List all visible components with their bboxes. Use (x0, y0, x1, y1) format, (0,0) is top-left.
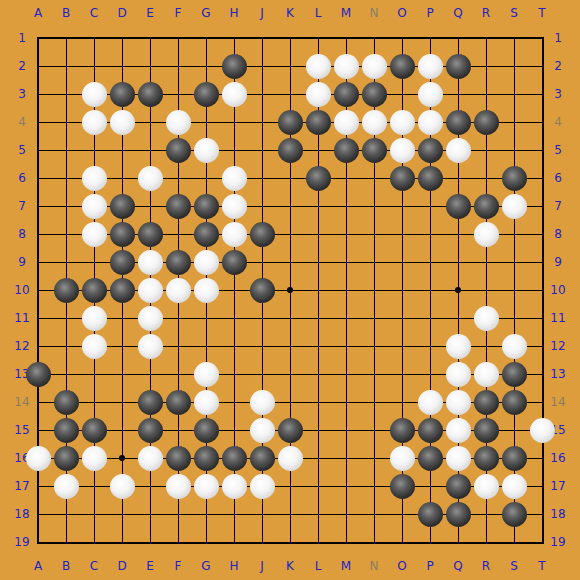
black-stone-G15 (194, 418, 219, 443)
col-label-top-J: J (248, 5, 276, 21)
black-stone-D10 (110, 278, 135, 303)
black-stone-P16 (418, 446, 443, 471)
white-stone-T15 (530, 418, 555, 443)
white-stone-J17 (250, 474, 275, 499)
col-label-top-B: B (52, 5, 80, 21)
white-stone-Q5 (446, 138, 471, 163)
col-label-top-T: T (528, 5, 556, 21)
row-label-left-12: 12 (8, 338, 36, 354)
col-label-top-L: L (304, 5, 332, 21)
white-stone-C11 (82, 306, 107, 331)
white-stone-C4 (82, 110, 107, 135)
black-stone-L4 (306, 110, 331, 135)
white-stone-M4 (334, 110, 359, 135)
col-label-top-F: F (164, 5, 192, 21)
white-stone-N2 (362, 54, 387, 79)
row-label-left-4: 4 (8, 114, 36, 130)
col-label-top-M: M (332, 5, 360, 21)
white-stone-G17 (194, 474, 219, 499)
col-label-top-S: S (500, 5, 528, 21)
black-stone-H9 (222, 250, 247, 275)
go-board[interactable] (24, 24, 556, 556)
row-label-left-3: 3 (8, 86, 36, 102)
row-label-right-4: 4 (544, 114, 572, 130)
row-label-right-6: 6 (544, 170, 572, 186)
row-label-left-14: 14 (8, 394, 36, 410)
black-stone-B10 (54, 278, 79, 303)
row-label-right-2: 2 (544, 58, 572, 74)
white-stone-D4 (110, 110, 135, 135)
row-label-left-5: 5 (8, 142, 36, 158)
black-stone-N5 (362, 138, 387, 163)
go-board-screen: AABBCCDDEEFFGGHHJJKKLLMMNNOOPPQQRRSSTT11… (0, 0, 580, 580)
black-stone-O15 (390, 418, 415, 443)
black-stone-J10 (250, 278, 275, 303)
black-stone-J8 (250, 222, 275, 247)
row-label-left-10: 10 (8, 282, 36, 298)
black-stone-M5 (334, 138, 359, 163)
col-label-bottom-G: G (192, 558, 220, 574)
black-stone-K4 (278, 110, 303, 135)
col-label-bottom-C: C (80, 558, 108, 574)
white-stone-P4 (418, 110, 443, 135)
black-stone-E8 (138, 222, 163, 247)
black-stone-K15 (278, 418, 303, 443)
white-stone-C3 (82, 82, 107, 107)
col-label-bottom-S: S (500, 558, 528, 574)
row-label-right-19: 19 (544, 534, 572, 550)
white-stone-G13 (194, 362, 219, 387)
white-stone-L3 (306, 82, 331, 107)
black-stone-Q7 (446, 194, 471, 219)
black-stone-P6 (418, 166, 443, 191)
white-stone-Q12 (446, 334, 471, 359)
col-label-bottom-K: K (276, 558, 304, 574)
black-stone-A13 (26, 362, 51, 387)
row-label-right-17: 17 (544, 478, 572, 494)
row-label-right-11: 11 (544, 310, 572, 326)
white-stone-N4 (362, 110, 387, 135)
col-label-top-C: C (80, 5, 108, 21)
row-label-left-1: 1 (8, 30, 36, 46)
black-stone-R16 (474, 446, 499, 471)
black-stone-D3 (110, 82, 135, 107)
white-stone-H17 (222, 474, 247, 499)
white-stone-D17 (110, 474, 135, 499)
white-stone-G14 (194, 390, 219, 415)
white-stone-C8 (82, 222, 107, 247)
row-label-right-16: 16 (544, 450, 572, 466)
black-stone-R15 (474, 418, 499, 443)
row-label-left-6: 6 (8, 170, 36, 186)
white-stone-E12 (138, 334, 163, 359)
row-label-right-8: 8 (544, 226, 572, 242)
black-stone-F16 (166, 446, 191, 471)
col-label-top-O: O (388, 5, 416, 21)
black-stone-R4 (474, 110, 499, 135)
black-stone-C10 (82, 278, 107, 303)
white-stone-F4 (166, 110, 191, 135)
row-label-left-9: 9 (8, 254, 36, 270)
row-label-right-1: 1 (544, 30, 572, 46)
row-label-left-17: 17 (8, 478, 36, 494)
white-stone-H8 (222, 222, 247, 247)
white-stone-Q16 (446, 446, 471, 471)
white-stone-C16 (82, 446, 107, 471)
col-label-bottom-T: T (528, 558, 556, 574)
white-stone-M2 (334, 54, 359, 79)
col-label-top-D: D (108, 5, 136, 21)
white-stone-S7 (502, 194, 527, 219)
white-stone-C7 (82, 194, 107, 219)
row-label-right-13: 13 (544, 366, 572, 382)
white-stone-F10 (166, 278, 191, 303)
white-stone-E16 (138, 446, 163, 471)
col-label-top-A: A (24, 5, 52, 21)
white-stone-R13 (474, 362, 499, 387)
black-stone-D9 (110, 250, 135, 275)
black-stone-M3 (334, 82, 359, 107)
black-stone-S6 (502, 166, 527, 191)
col-label-top-R: R (472, 5, 500, 21)
black-stone-R14 (474, 390, 499, 415)
col-label-bottom-F: F (164, 558, 192, 574)
col-label-bottom-M: M (332, 558, 360, 574)
col-label-bottom-B: B (52, 558, 80, 574)
white-stone-O5 (390, 138, 415, 163)
black-stone-K5 (278, 138, 303, 163)
black-stone-C15 (82, 418, 107, 443)
col-label-top-Q: Q (444, 5, 472, 21)
row-label-left-8: 8 (8, 226, 36, 242)
row-label-left-7: 7 (8, 198, 36, 214)
white-stone-H6 (222, 166, 247, 191)
white-stone-E9 (138, 250, 163, 275)
black-stone-J16 (250, 446, 275, 471)
white-stone-G10 (194, 278, 219, 303)
row-label-left-19: 19 (8, 534, 36, 550)
white-stone-R17 (474, 474, 499, 499)
black-stone-G16 (194, 446, 219, 471)
col-label-bottom-H: H (220, 558, 248, 574)
white-stone-Q13 (446, 362, 471, 387)
black-stone-H2 (222, 54, 247, 79)
row-label-right-10: 10 (544, 282, 572, 298)
white-stone-S12 (502, 334, 527, 359)
row-label-right-14: 14 (544, 394, 572, 410)
black-stone-R7 (474, 194, 499, 219)
black-stone-F7 (166, 194, 191, 219)
black-stone-P15 (418, 418, 443, 443)
row-label-right-18: 18 (544, 506, 572, 522)
black-stone-S16 (502, 446, 527, 471)
black-stone-G7 (194, 194, 219, 219)
black-stone-S14 (502, 390, 527, 415)
black-stone-F14 (166, 390, 191, 415)
white-stone-F17 (166, 474, 191, 499)
col-label-top-K: K (276, 5, 304, 21)
black-stone-Q18 (446, 502, 471, 527)
black-stone-O2 (390, 54, 415, 79)
black-stone-P18 (418, 502, 443, 527)
col-label-bottom-J: J (248, 558, 276, 574)
col-label-bottom-O: O (388, 558, 416, 574)
black-stone-G3 (194, 82, 219, 107)
star-point-Q10 (455, 287, 461, 293)
black-stone-E14 (138, 390, 163, 415)
white-stone-E10 (138, 278, 163, 303)
col-label-top-E: E (136, 5, 164, 21)
black-stone-P5 (418, 138, 443, 163)
black-stone-Q17 (446, 474, 471, 499)
black-stone-S18 (502, 502, 527, 527)
white-stone-S17 (502, 474, 527, 499)
white-stone-O16 (390, 446, 415, 471)
star-point-D16 (119, 455, 125, 461)
black-stone-G8 (194, 222, 219, 247)
white-stone-P2 (418, 54, 443, 79)
col-label-bottom-L: L (304, 558, 332, 574)
row-label-left-15: 15 (8, 422, 36, 438)
row-label-right-7: 7 (544, 198, 572, 214)
white-stone-C12 (82, 334, 107, 359)
black-stone-L6 (306, 166, 331, 191)
white-stone-G5 (194, 138, 219, 163)
white-stone-G9 (194, 250, 219, 275)
row-label-left-11: 11 (8, 310, 36, 326)
black-stone-E3 (138, 82, 163, 107)
col-label-top-H: H (220, 5, 248, 21)
black-stone-F9 (166, 250, 191, 275)
row-label-right-5: 5 (544, 142, 572, 158)
white-stone-R11 (474, 306, 499, 331)
col-label-bottom-P: P (416, 558, 444, 574)
white-stone-L2 (306, 54, 331, 79)
black-stone-B15 (54, 418, 79, 443)
white-stone-A16 (26, 446, 51, 471)
black-stone-O6 (390, 166, 415, 191)
col-label-bottom-N: N (360, 558, 388, 574)
black-stone-Q4 (446, 110, 471, 135)
row-label-right-12: 12 (544, 338, 572, 354)
col-label-bottom-E: E (136, 558, 164, 574)
col-label-bottom-A: A (24, 558, 52, 574)
col-label-bottom-Q: Q (444, 558, 472, 574)
black-stone-N3 (362, 82, 387, 107)
white-stone-K16 (278, 446, 303, 471)
white-stone-E11 (138, 306, 163, 331)
white-stone-Q14 (446, 390, 471, 415)
white-stone-B17 (54, 474, 79, 499)
white-stone-H3 (222, 82, 247, 107)
white-stone-E6 (138, 166, 163, 191)
col-label-top-G: G (192, 5, 220, 21)
white-stone-O4 (390, 110, 415, 135)
row-label-right-3: 3 (544, 86, 572, 102)
row-label-right-9: 9 (544, 254, 572, 270)
black-stone-F5 (166, 138, 191, 163)
col-label-bottom-R: R (472, 558, 500, 574)
black-stone-H16 (222, 446, 247, 471)
col-label-bottom-D: D (108, 558, 136, 574)
black-stone-D7 (110, 194, 135, 219)
black-stone-B16 (54, 446, 79, 471)
white-stone-C6 (82, 166, 107, 191)
row-label-left-18: 18 (8, 506, 36, 522)
white-stone-Q15 (446, 418, 471, 443)
col-label-top-P: P (416, 5, 444, 21)
col-label-top-N: N (360, 5, 388, 21)
black-stone-Q2 (446, 54, 471, 79)
black-stone-S13 (502, 362, 527, 387)
white-stone-H7 (222, 194, 247, 219)
row-label-left-2: 2 (8, 58, 36, 74)
black-stone-D8 (110, 222, 135, 247)
black-stone-E15 (138, 418, 163, 443)
white-stone-R8 (474, 222, 499, 247)
white-stone-J15 (250, 418, 275, 443)
star-point-K10 (287, 287, 293, 293)
white-stone-J14 (250, 390, 275, 415)
black-stone-B14 (54, 390, 79, 415)
white-stone-P14 (418, 390, 443, 415)
black-stone-O17 (390, 474, 415, 499)
white-stone-P3 (418, 82, 443, 107)
